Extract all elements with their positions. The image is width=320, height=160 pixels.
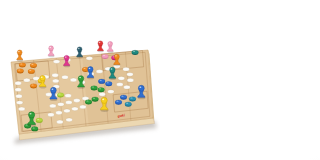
track-space (15, 81, 22, 85)
disc-green[interactable] (85, 100, 92, 105)
pawn-orange[interactable] (17, 50, 23, 61)
track-space (46, 93, 53, 97)
track-space (56, 111, 63, 115)
track-space (64, 109, 71, 113)
track-space (66, 101, 73, 105)
track-space (96, 69, 103, 73)
track-space (57, 120, 64, 124)
disc-blue[interactable] (120, 95, 127, 100)
disc-ylgreen[interactable] (57, 93, 64, 98)
track-space (80, 105, 87, 109)
disc-orange[interactable] (17, 69, 24, 74)
track-space (52, 73, 59, 77)
pawn-petrol[interactable] (77, 47, 83, 58)
track-space (127, 78, 134, 82)
disc-blue[interactable] (105, 82, 112, 87)
disc-teal[interactable] (132, 50, 139, 55)
disc-orange[interactable] (19, 63, 26, 68)
track-space (16, 101, 23, 105)
track-space (58, 102, 65, 106)
disc-green[interactable] (91, 86, 98, 91)
track-space (23, 78, 30, 82)
track-space (99, 92, 106, 96)
pawn-red[interactable] (97, 41, 103, 52)
track-space (62, 75, 69, 79)
disc-tealblue[interactable] (129, 97, 136, 102)
track-space (127, 72, 134, 76)
disc-orange[interactable] (28, 69, 35, 74)
disc-green[interactable] (92, 97, 99, 102)
track-space (49, 104, 56, 108)
track-space (48, 113, 55, 117)
pawn-pink[interactable] (107, 41, 113, 52)
track-space (53, 60, 60, 64)
track-space (116, 82, 123, 86)
disc-pink[interactable] (102, 54, 109, 59)
track-space (52, 79, 59, 83)
track-space (72, 107, 79, 111)
pawn-pink[interactable] (48, 46, 54, 57)
track-space (86, 56, 93, 60)
disc-green[interactable] (98, 88, 105, 93)
disc-blue[interactable] (115, 100, 122, 105)
board-svg: goki (0, 0, 160, 160)
track-space (123, 67, 130, 71)
track-space (18, 107, 25, 111)
disc-orange[interactable] (30, 84, 37, 89)
track-space (108, 90, 115, 94)
track-space (16, 94, 23, 98)
scene: goki (0, 0, 160, 160)
track-space (118, 76, 125, 80)
track-space (70, 78, 77, 82)
track-space (124, 85, 131, 89)
track-space (65, 94, 72, 98)
track-space (15, 88, 22, 92)
disc-ylgreen[interactable] (36, 118, 43, 123)
disc-blue[interactable] (98, 79, 105, 84)
disc-tealblue[interactable] (125, 102, 132, 107)
track-space (74, 99, 81, 103)
disc-green[interactable] (31, 127, 38, 132)
disc-orange[interactable] (30, 63, 37, 68)
track-space (66, 118, 73, 122)
